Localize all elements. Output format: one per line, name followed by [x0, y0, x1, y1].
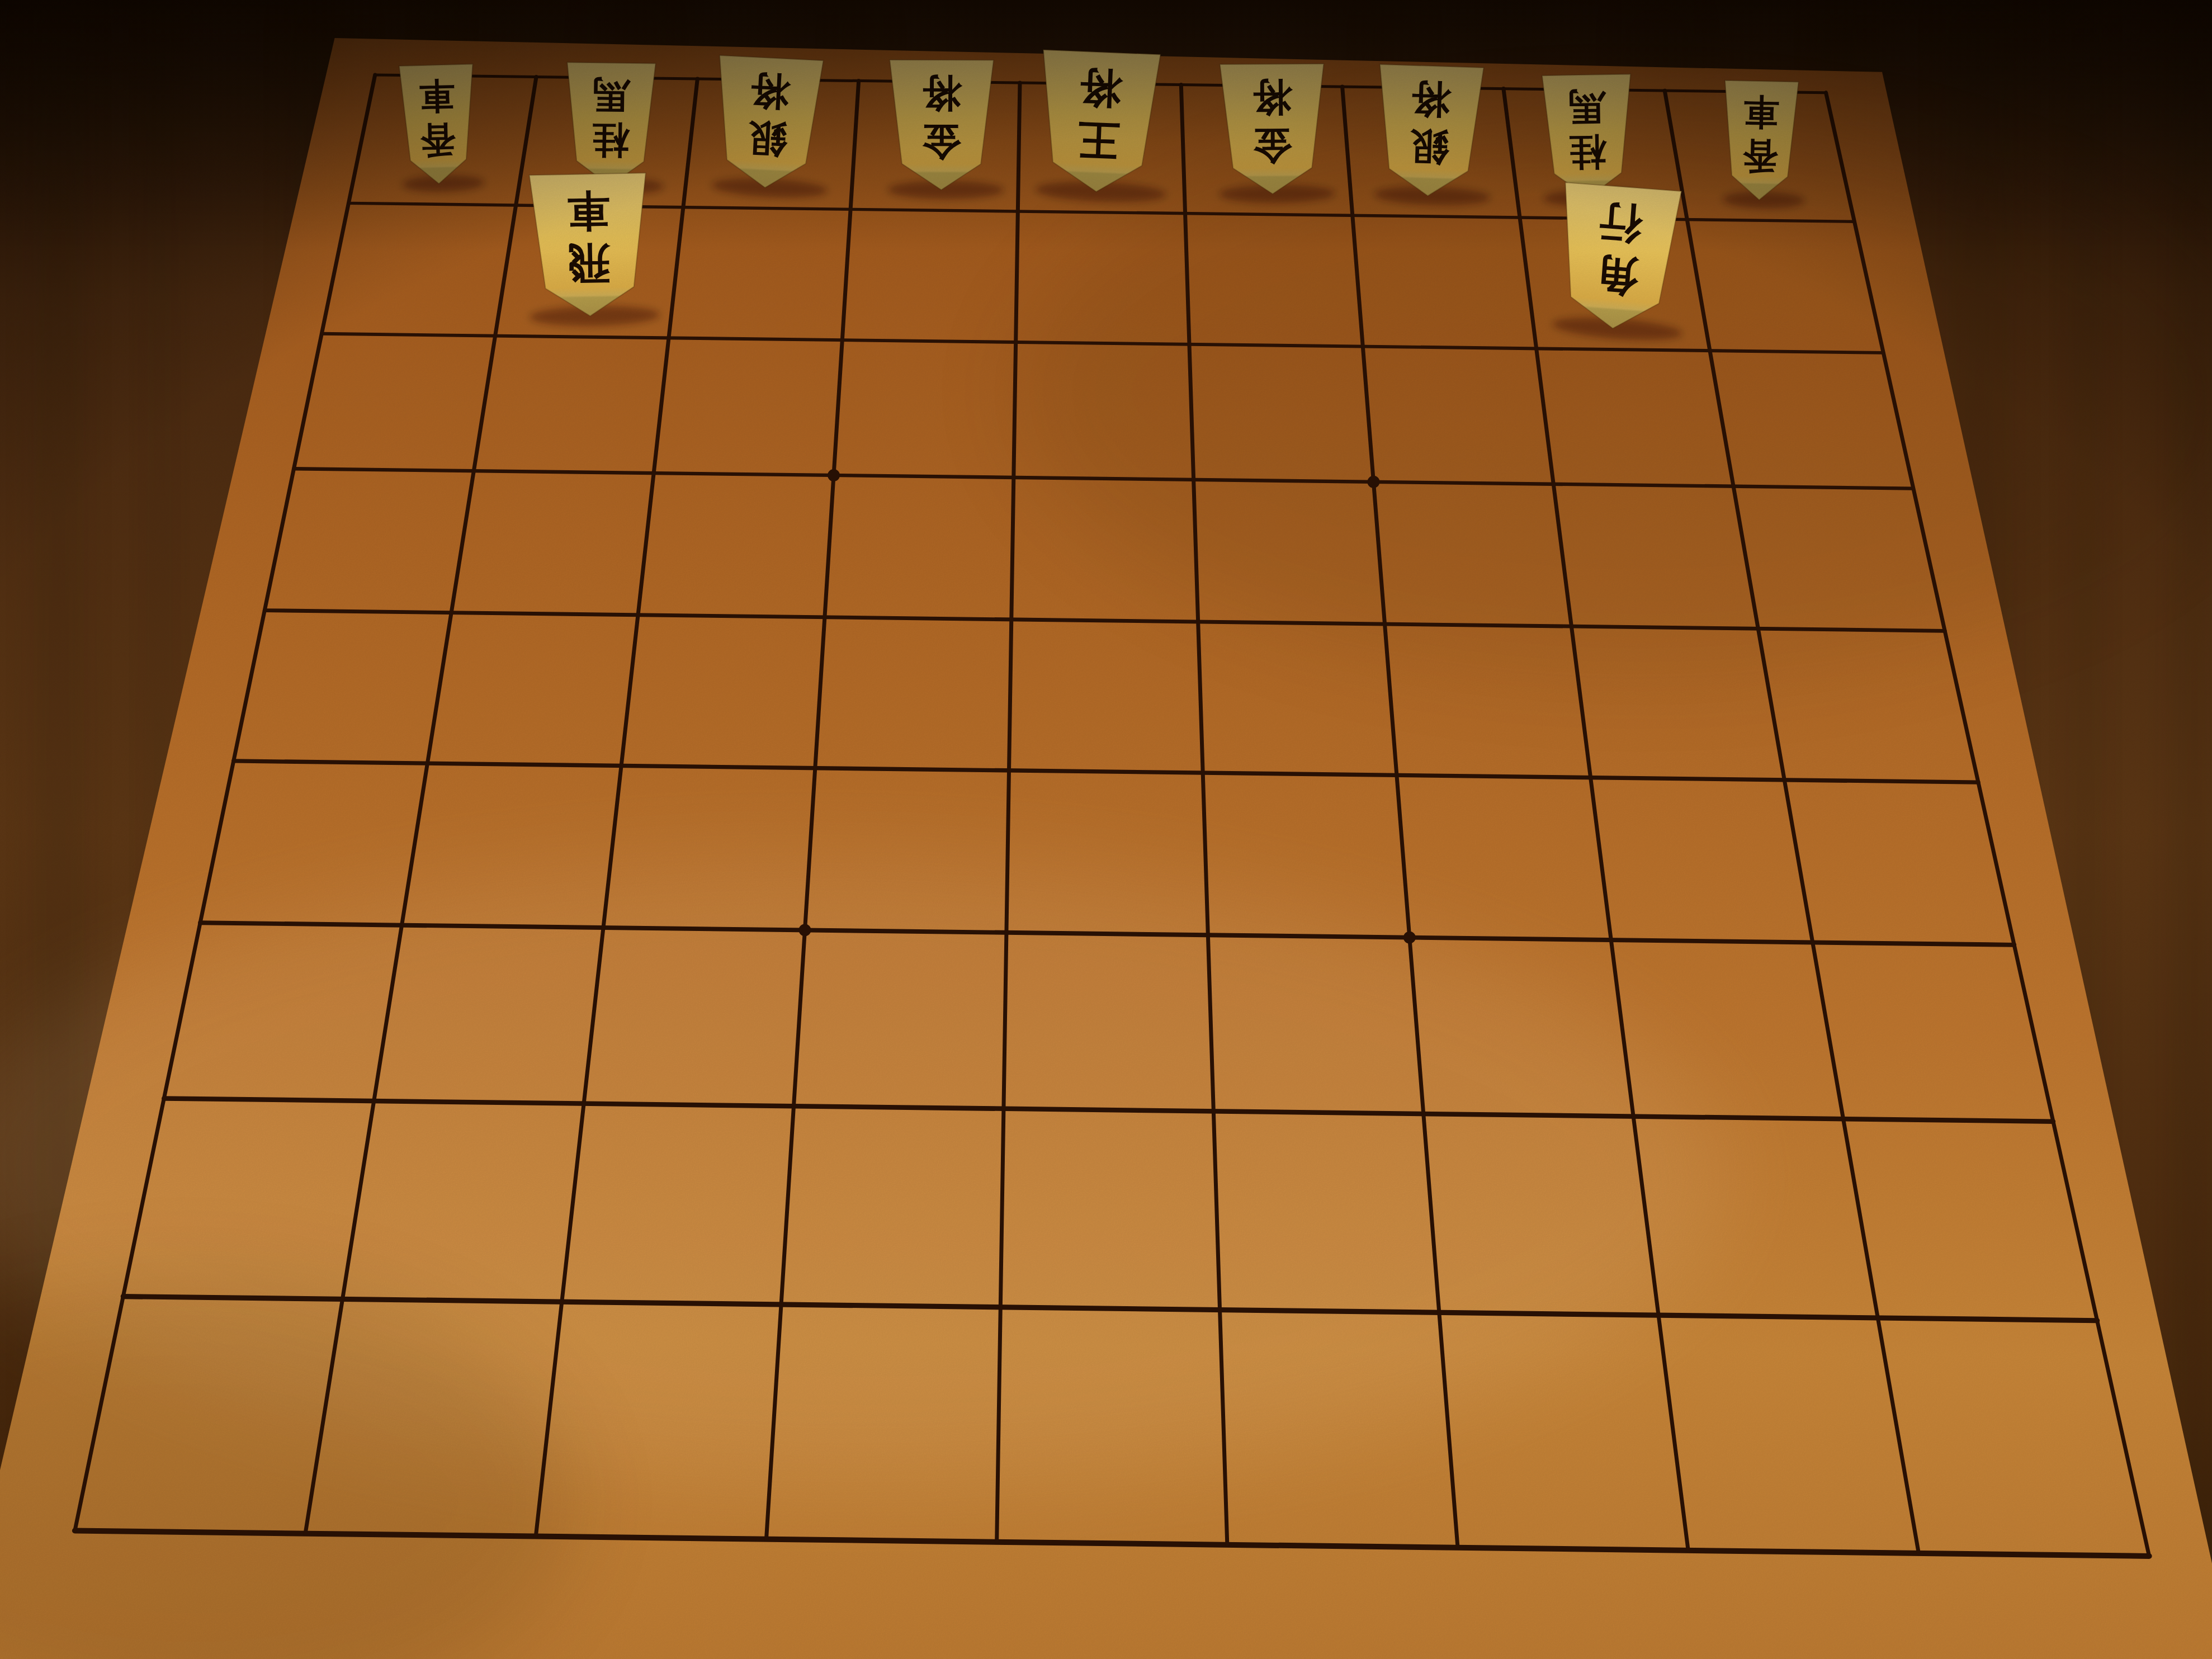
shogi-photo-scene: 香車桂馬銀将金将王将金将銀将桂馬香車飛車角行: [0, 0, 2212, 1659]
photo-grain: [0, 0, 2212, 1659]
